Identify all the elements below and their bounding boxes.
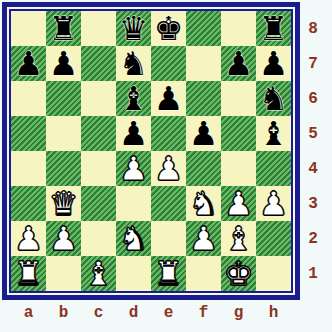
square-a4[interactable] [11,151,46,186]
square-g2[interactable]: ♝ [221,221,256,256]
file-label-g: g [221,300,256,326]
file-label-h: h [256,300,291,326]
square-d5[interactable]: ♟ [116,116,151,151]
file-label-a: a [11,300,46,326]
square-h6[interactable]: ♞ [256,81,291,116]
square-e5[interactable] [151,116,186,151]
black-queen[interactable]: ♛ [119,11,149,46]
white-rook[interactable]: ♜ [154,256,184,291]
white-pawn[interactable]: ♟ [154,151,184,186]
square-f2[interactable]: ♟ [186,221,221,256]
square-e6[interactable]: ♟ [151,81,186,116]
square-e8[interactable]: ♚ [151,11,186,46]
rank-label-4: 4 [300,151,326,186]
square-e4[interactable]: ♟ [151,151,186,186]
rank-labels: 87654321 [300,11,326,291]
square-h1[interactable] [256,256,291,291]
black-rook[interactable]: ♜ [49,11,79,46]
square-a7[interactable]: ♟ [11,46,46,81]
black-rook[interactable]: ♜ [259,11,289,46]
square-f1[interactable] [186,256,221,291]
square-g4[interactable] [221,151,256,186]
white-pawn[interactable]: ♟ [259,186,289,221]
file-label-c: c [81,300,116,326]
square-c4[interactable] [81,151,116,186]
file-label-d: d [116,300,151,326]
square-b5[interactable] [46,116,81,151]
square-c1[interactable]: ♝ [81,256,116,291]
rank-label-6: 6 [300,81,326,116]
white-pawn[interactable]: ♟ [189,221,219,256]
black-pawn[interactable]: ♟ [224,46,254,81]
rank-label-3: 3 [300,186,326,221]
white-pawn[interactable]: ♟ [224,186,254,221]
rank-label-5: 5 [300,116,326,151]
square-e3[interactable] [151,186,186,221]
black-pawn[interactable]: ♟ [14,46,44,81]
square-d3[interactable] [116,186,151,221]
square-g8[interactable] [221,11,256,46]
file-label-b: b [46,300,81,326]
square-f6[interactable] [186,81,221,116]
white-knight[interactable]: ♞ [119,221,149,256]
file-labels: abcdefgh [11,300,291,326]
black-pawn[interactable]: ♟ [49,46,79,81]
square-f3[interactable]: ♞ [186,186,221,221]
black-bishop[interactable]: ♝ [259,116,289,151]
rank-label-7: 7 [300,46,326,81]
black-king[interactable]: ♚ [154,11,184,46]
square-d4[interactable]: ♟ [116,151,151,186]
black-bishop[interactable]: ♝ [119,81,149,116]
square-a5[interactable] [11,116,46,151]
square-h2[interactable] [256,221,291,256]
rank-label-8: 8 [300,11,326,46]
white-king[interactable]: ♚ [224,256,254,291]
square-f8[interactable] [186,11,221,46]
square-h3[interactable]: ♟ [256,186,291,221]
black-pawn[interactable]: ♟ [189,116,219,151]
square-d1[interactable] [116,256,151,291]
square-b6[interactable] [46,81,81,116]
square-d6[interactable]: ♝ [116,81,151,116]
file-label-f: f [186,300,221,326]
square-a6[interactable] [11,81,46,116]
square-b1[interactable] [46,256,81,291]
black-pawn[interactable]: ♟ [154,81,184,116]
black-knight[interactable]: ♞ [259,81,289,116]
square-h7[interactable]: ♟ [256,46,291,81]
square-c8[interactable] [81,11,116,46]
square-c7[interactable] [81,46,116,81]
square-b7[interactable]: ♟ [46,46,81,81]
square-c2[interactable] [81,221,116,256]
white-pawn[interactable]: ♟ [14,221,44,256]
chess-board: ♜♛♚♜♟♟♞♟♟♝♟♞♟♟♝♟♟♛♞♟♟♟♟♞♟♝♜♝♜♚ [11,11,291,291]
square-c6[interactable] [81,81,116,116]
black-pawn[interactable]: ♟ [119,116,149,151]
square-d7[interactable]: ♞ [116,46,151,81]
square-g7[interactable]: ♟ [221,46,256,81]
board-frame-inner: ♜♛♚♜♟♟♞♟♟♝♟♞♟♟♝♟♟♛♞♟♟♟♟♞♟♝♜♝♜♚ [9,9,293,293]
white-queen[interactable]: ♛ [49,186,79,221]
square-h8[interactable]: ♜ [256,11,291,46]
board-frame: ♜♛♚♜♟♟♞♟♟♝♟♞♟♟♝♟♟♛♞♟♟♟♟♞♟♝♜♝♜♚ [2,2,300,300]
square-e1[interactable]: ♜ [151,256,186,291]
white-knight[interactable]: ♞ [189,186,219,221]
white-pawn[interactable]: ♟ [119,151,149,186]
square-e7[interactable] [151,46,186,81]
square-d8[interactable]: ♛ [116,11,151,46]
square-c5[interactable] [81,116,116,151]
square-g6[interactable] [221,81,256,116]
square-a2[interactable]: ♟ [11,221,46,256]
white-bishop[interactable]: ♝ [224,221,254,256]
square-b2[interactable]: ♟ [46,221,81,256]
square-e2[interactable] [151,221,186,256]
white-pawn[interactable]: ♟ [49,221,79,256]
square-b3[interactable]: ♛ [46,186,81,221]
square-h4[interactable] [256,151,291,186]
rank-label-2: 2 [300,221,326,256]
square-c3[interactable] [81,186,116,221]
black-pawn[interactable]: ♟ [259,46,289,81]
square-b4[interactable] [46,151,81,186]
file-label-e: e [151,300,186,326]
square-g1[interactable]: ♚ [221,256,256,291]
square-g3[interactable]: ♟ [221,186,256,221]
square-f5[interactable]: ♟ [186,116,221,151]
square-a1[interactable]: ♜ [11,256,46,291]
rank-label-1: 1 [300,256,326,291]
square-f4[interactable] [186,151,221,186]
square-b8[interactable]: ♜ [46,11,81,46]
square-a8[interactable] [11,11,46,46]
board-frame-gap: ♜♛♚♜♟♟♞♟♟♝♟♞♟♟♝♟♟♛♞♟♟♟♟♞♟♝♜♝♜♚ [7,7,295,295]
white-bishop[interactable]: ♝ [84,256,114,291]
square-d2[interactable]: ♞ [116,221,151,256]
square-f7[interactable] [186,46,221,81]
square-g5[interactable] [221,116,256,151]
square-a3[interactable] [11,186,46,221]
square-h5[interactable]: ♝ [256,116,291,151]
white-rook[interactable]: ♜ [14,256,44,291]
black-knight[interactable]: ♞ [119,46,149,81]
